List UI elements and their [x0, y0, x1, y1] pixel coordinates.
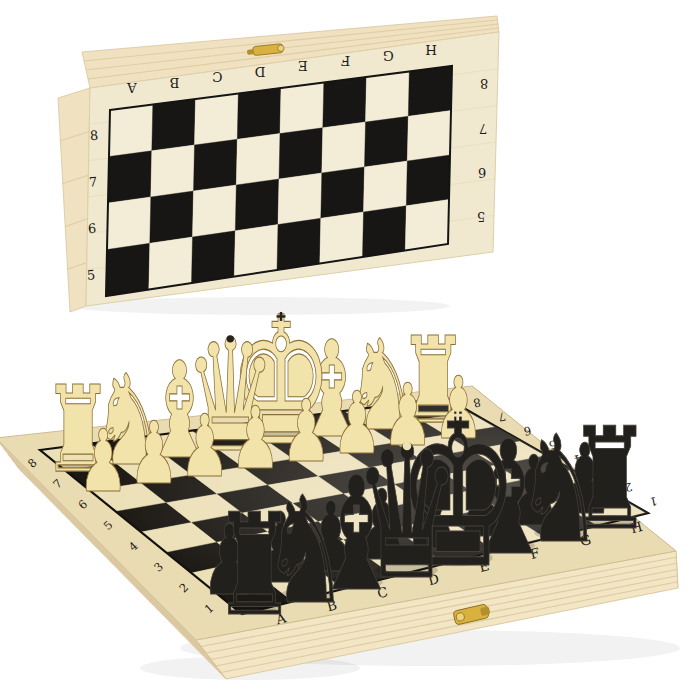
box-square-f8	[323, 77, 367, 128]
box-square-g5	[363, 206, 407, 257]
piece-glyph: ♜	[213, 483, 296, 647]
box-square-d7	[236, 134, 280, 186]
king-finial	[280, 312, 282, 321]
box-left-side	[58, 88, 90, 312]
piece-black-rook-a1: ♜	[213, 483, 296, 647]
box-square-d5	[234, 225, 278, 277]
product-photo: Wooden folding chess set: closed checker…	[0, 0, 700, 700]
piece-white-pawn-a7: ♟	[78, 411, 129, 511]
box-square-g7	[365, 116, 409, 167]
piece-white-pawn-b7: ♟	[129, 403, 180, 503]
box-square-d8	[237, 88, 281, 139]
box-square-a5	[106, 243, 150, 296]
box-file-label-f: F	[341, 53, 350, 69]
queen-finial	[227, 335, 234, 342]
queen-finial	[403, 441, 412, 450]
box-square-h8	[408, 66, 452, 116]
box-square-f5	[320, 212, 364, 264]
piece-glyph: ♟	[78, 411, 129, 511]
chess-set-photo: ABCDEFGH88776655ABCDEFGH1122334455667788…	[0, 0, 700, 700]
box-square-e7	[279, 128, 323, 179]
box-file-label-e: E	[298, 58, 308, 74]
box-square-h7	[407, 111, 451, 162]
box-square-c5	[192, 231, 236, 283]
box-square-e8	[280, 83, 324, 134]
box-square-a6	[107, 197, 151, 250]
box-file-label-h: H	[425, 42, 437, 58]
box-square-g6	[364, 161, 408, 212]
box-square-b7	[151, 145, 195, 197]
box-square-b5	[149, 237, 193, 290]
piece-white-pawn-c7: ♟	[179, 396, 230, 496]
box-file-label-a: A	[127, 80, 138, 96]
box-rank-label-left-8: 8	[89, 128, 98, 144]
box-square-h6	[406, 155, 450, 206]
box-square-f7	[322, 122, 366, 173]
box-square-h5	[405, 200, 449, 251]
closed-box: ABCDEFGH88776655	[58, 16, 499, 312]
box-square-f6	[321, 167, 365, 218]
box-rank-label-right-8: 8	[480, 76, 488, 91]
box-file-label-g: G	[383, 48, 394, 64]
box-file-label-b: B	[169, 75, 179, 91]
box-file-label-d: D	[254, 64, 265, 80]
box-square-g8	[366, 72, 410, 123]
box-square-d6	[235, 179, 279, 231]
box-square-a8	[109, 105, 153, 157]
piece-glyph: ♟	[179, 396, 230, 496]
box-square-b6	[150, 191, 194, 243]
piece-glyph: ♟	[129, 403, 180, 503]
box-file-label-c: C	[212, 69, 222, 85]
box-rank-label-right-7: 7	[479, 121, 487, 136]
box-square-b8	[152, 99, 196, 151]
box-rank-label-left-6: 6	[87, 221, 96, 237]
box-square-c7	[194, 139, 238, 191]
box-rank-label-right-6: 6	[478, 165, 486, 180]
clasp-knob	[277, 45, 284, 52]
box-rank-label-left-5: 5	[86, 267, 95, 283]
box-square-a7	[108, 151, 152, 203]
box-square-c8	[195, 94, 239, 146]
box-rank-label-left-7: 7	[88, 174, 97, 190]
box-square-c6	[193, 185, 237, 237]
clasp-hook	[247, 49, 254, 55]
box-square-e6	[278, 173, 322, 225]
box-square-e5	[277, 218, 321, 270]
box-rank-label-right-5: 5	[477, 209, 485, 224]
